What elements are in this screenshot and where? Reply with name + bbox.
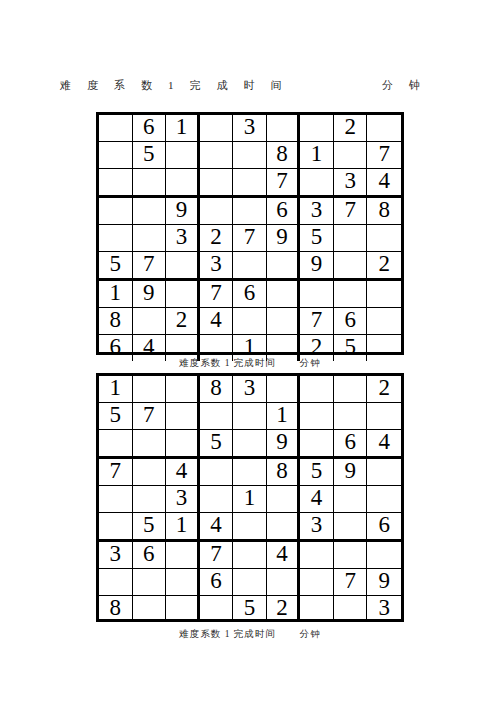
puzzle-top-cell-r6c2: 7 bbox=[133, 252, 167, 281]
puzzle-top-cell-r6c7: 9 bbox=[300, 252, 334, 281]
puzzle-bottom-cell-r8c7 bbox=[300, 569, 334, 596]
puzzle-top-cell-r3c1 bbox=[99, 169, 133, 198]
puzzle-bottom-cell-r3c7 bbox=[300, 430, 334, 459]
puzzle-bottom-cell-r3c8: 6 bbox=[334, 430, 368, 459]
puzzle-top-cell-r4c7: 3 bbox=[300, 198, 334, 225]
puzzle-bottom-cell-r4c7: 5 bbox=[300, 459, 334, 486]
puzzle-bottom-cell-r6c6 bbox=[267, 513, 301, 542]
puzzle-bottom-cell-r7c6: 4 bbox=[267, 542, 301, 569]
puzzle-bottom-cell-r7c2: 6 bbox=[133, 542, 167, 569]
puzzle-bottom-cell-r6c5 bbox=[233, 513, 267, 542]
puzzle-bottom-cell-r5c6 bbox=[267, 486, 301, 513]
puzzle-top-cell-r7c2: 9 bbox=[133, 281, 167, 308]
puzzle-bottom-cell-r4c5 bbox=[233, 459, 267, 486]
puzzle-top-cell-r2c6: 8 bbox=[267, 142, 301, 169]
puzzle-top-cell-r5c2 bbox=[133, 225, 167, 252]
puzzle-bottom-cell-r6c1 bbox=[99, 513, 133, 542]
puzzle-top-cell-r1c3: 1 bbox=[166, 115, 200, 142]
puzzle-top-cell-r5c9 bbox=[367, 225, 401, 252]
puzzle-top-cell-r3c5 bbox=[233, 169, 267, 198]
puzzle-top-cell-r3c7 bbox=[300, 169, 334, 198]
puzzle-bottom-cell-r7c9 bbox=[367, 542, 401, 569]
puzzle-bottom-cell-r4c4 bbox=[200, 459, 234, 486]
puzzle-bottom-cell-r6c3: 1 bbox=[166, 513, 200, 542]
puzzle-top-cell-r2c2: 5 bbox=[133, 142, 167, 169]
puzzle-top-cell-r2c8 bbox=[334, 142, 368, 169]
puzzle-top-cell-r2c3 bbox=[166, 142, 200, 169]
puzzle-bottom-cell-r3c5 bbox=[233, 430, 267, 459]
puzzle-top-cell-r8c1: 8 bbox=[99, 308, 133, 335]
puzzle-bottom-cell-r5c8 bbox=[334, 486, 368, 513]
puzzle-bottom-cell-r4c2 bbox=[133, 459, 167, 486]
puzzle-top-cell-r5c3: 3 bbox=[166, 225, 200, 252]
caption-below-bottom-grid: 难度系数 1 完成时间 分钟 bbox=[96, 627, 404, 641]
puzzle-top-cell-r3c9: 4 bbox=[367, 169, 401, 198]
puzzle-top-cell-r7c9 bbox=[367, 281, 401, 308]
puzzle-top-cell-r1c7 bbox=[300, 115, 334, 142]
puzzle-bottom-cell-r6c7: 3 bbox=[300, 513, 334, 542]
sudoku-worksheet-page: 难度系数1完成时间 分钟 613258177349637832795573921… bbox=[0, 0, 496, 702]
puzzle-top-cell-r8c9 bbox=[367, 308, 401, 335]
puzzle-top-cell-r4c4 bbox=[200, 198, 234, 225]
puzzle-bottom-cell-r9c3 bbox=[166, 596, 200, 622]
puzzle-top-cell-r1c2: 6 bbox=[133, 115, 167, 142]
puzzle-bottom-cell-r4c8: 9 bbox=[334, 459, 368, 486]
puzzle-top-cell-r1c6 bbox=[267, 115, 301, 142]
puzzle-bottom-cell-r2c1: 5 bbox=[99, 403, 133, 430]
puzzle-top-cell-r1c5: 3 bbox=[233, 115, 267, 142]
puzzle-top-cell-r4c6: 6 bbox=[267, 198, 301, 225]
puzzle-top-cell-r3c8: 3 bbox=[334, 169, 368, 198]
puzzle-bottom-cell-r1c8 bbox=[334, 376, 368, 403]
puzzle-bottom-cell-r1c5: 3 bbox=[233, 376, 267, 403]
puzzle-bottom-cell-r5c2 bbox=[133, 486, 167, 513]
puzzle-bottom-cell-r7c7 bbox=[300, 542, 334, 569]
puzzle-top-cell-r2c7: 1 bbox=[300, 142, 334, 169]
puzzle-top-cell-r7c4: 7 bbox=[200, 281, 234, 308]
puzzle-bottom-cell-r4c1: 7 bbox=[99, 459, 133, 486]
puzzle-top-cell-r4c2 bbox=[133, 198, 167, 225]
puzzle-bottom-cell-r4c9 bbox=[367, 459, 401, 486]
puzzle-top-cell-r6c5 bbox=[233, 252, 267, 281]
puzzle-bottom-cell-r4c6: 8 bbox=[267, 459, 301, 486]
puzzle-bottom-cell-r9c4 bbox=[200, 596, 234, 622]
puzzle-top-cell-r8c8: 6 bbox=[334, 308, 368, 335]
puzzle-top-cell-r7c5: 6 bbox=[233, 281, 267, 308]
puzzle-top-cell-r8c7: 7 bbox=[300, 308, 334, 335]
header-minutes-label: 分钟 bbox=[382, 78, 436, 93]
puzzle-bottom-cell-r6c2: 5 bbox=[133, 513, 167, 542]
puzzle-top-cell-r5c1 bbox=[99, 225, 133, 252]
puzzle-top-cell-r6c6 bbox=[267, 252, 301, 281]
puzzle-top-cell-r3c2 bbox=[133, 169, 167, 198]
puzzle-top-cell-r5c5: 7 bbox=[233, 225, 267, 252]
puzzle-bottom-cell-r7c8 bbox=[334, 542, 368, 569]
puzzle-bottom-cell-r1c3 bbox=[166, 376, 200, 403]
caption-bottom-label: 难度系数 1 完成时间 bbox=[179, 628, 276, 641]
puzzle-bottom-cell-r7c3 bbox=[166, 542, 200, 569]
sudoku-grid-top: 6132581773496378327955739219768247664125 bbox=[96, 112, 404, 355]
caption-between-label: 难度系数 1 完成时间 bbox=[179, 357, 276, 370]
puzzle-bottom-cell-r1c7 bbox=[300, 376, 334, 403]
puzzle-bottom-cell-r9c9: 3 bbox=[367, 596, 401, 622]
puzzle-bottom-cell-r1c1: 1 bbox=[99, 376, 133, 403]
puzzle-top-cell-r8c3: 2 bbox=[166, 308, 200, 335]
puzzle-bottom-cell-r9c7 bbox=[300, 596, 334, 622]
puzzle-top-cell-r1c1 bbox=[99, 115, 133, 142]
page-header: 难度系数1完成时间 分钟 bbox=[60, 78, 436, 93]
puzzle-bottom-cell-r5c4 bbox=[200, 486, 234, 513]
puzzle-bottom-cell-r4c3: 4 bbox=[166, 459, 200, 486]
puzzle-top-cell-r8c2 bbox=[133, 308, 167, 335]
puzzle-bottom-cell-r6c4: 4 bbox=[200, 513, 234, 542]
puzzle-bottom-cell-r5c5: 1 bbox=[233, 486, 267, 513]
puzzle-bottom-cell-r5c9 bbox=[367, 486, 401, 513]
puzzle-bottom-cell-r7c4: 7 bbox=[200, 542, 234, 569]
puzzle-bottom-cell-r2c7 bbox=[300, 403, 334, 430]
puzzle-top-cell-r6c4: 3 bbox=[200, 252, 234, 281]
puzzle-bottom-cell-r8c3 bbox=[166, 569, 200, 596]
puzzle-bottom-cell-r9c6: 2 bbox=[267, 596, 301, 622]
puzzle-top-cell-r4c1 bbox=[99, 198, 133, 225]
puzzle-top-cell-r5c8 bbox=[334, 225, 368, 252]
puzzle-bottom-cell-r6c9: 6 bbox=[367, 513, 401, 542]
puzzle-bottom-cell-r8c2 bbox=[133, 569, 167, 596]
header-difficulty-time-label: 难度系数1完成时间 bbox=[60, 78, 298, 93]
puzzle-top-cell-r3c6: 7 bbox=[267, 169, 301, 198]
puzzle-bottom-cell-r7c1: 3 bbox=[99, 542, 133, 569]
puzzle-top-cell-r4c5 bbox=[233, 198, 267, 225]
puzzle-bottom-cell-r2c5 bbox=[233, 403, 267, 430]
puzzle-top-cell-r1c4 bbox=[200, 115, 234, 142]
puzzle-bottom-cell-r8c9: 9 bbox=[367, 569, 401, 596]
puzzle-top-cell-r7c1: 1 bbox=[99, 281, 133, 308]
puzzle-bottom-cell-r3c1 bbox=[99, 430, 133, 459]
puzzle-bottom-cell-r2c8 bbox=[334, 403, 368, 430]
puzzle-bottom-cell-r9c1: 8 bbox=[99, 596, 133, 622]
puzzle-top-cell-r3c4 bbox=[200, 169, 234, 198]
puzzle-top-cell-r6c3 bbox=[166, 252, 200, 281]
puzzle-top-cell-r7c8 bbox=[334, 281, 368, 308]
puzzle-bottom-cell-r2c6: 1 bbox=[267, 403, 301, 430]
puzzle-top-cell-r3c3 bbox=[166, 169, 200, 198]
puzzle-bottom-cell-r3c4: 5 bbox=[200, 430, 234, 459]
puzzle-bottom-cell-r3c2 bbox=[133, 430, 167, 459]
puzzle-top-cell-r4c8: 7 bbox=[334, 198, 368, 225]
puzzle-bottom-cell-r1c2 bbox=[133, 376, 167, 403]
puzzle-bottom-cell-r1c4: 8 bbox=[200, 376, 234, 403]
puzzle-top-cell-r7c6 bbox=[267, 281, 301, 308]
puzzle-top-cell-r6c9: 2 bbox=[367, 252, 401, 281]
caption-bottom-minutes: 分钟 bbox=[300, 628, 321, 641]
puzzle-bottom-cell-r6c8 bbox=[334, 513, 368, 542]
sudoku-grid-bottom: 18325715964748593145143636746798523 bbox=[96, 373, 404, 622]
puzzle-top-cell-r1c9 bbox=[367, 115, 401, 142]
puzzle-top-cell-r7c3 bbox=[166, 281, 200, 308]
puzzle-top-cell-r8c6 bbox=[267, 308, 301, 335]
caption-between-grids: 难度系数 1 完成时间 分钟 bbox=[96, 356, 404, 370]
puzzle-bottom-cell-r9c8 bbox=[334, 596, 368, 622]
puzzle-bottom-cell-r2c3 bbox=[166, 403, 200, 430]
puzzle-bottom-cell-r5c7: 4 bbox=[300, 486, 334, 513]
puzzle-bottom-cell-r3c9: 4 bbox=[367, 430, 401, 459]
puzzle-bottom-cell-r9c2 bbox=[133, 596, 167, 622]
puzzle-bottom-cell-r1c6 bbox=[267, 376, 301, 403]
puzzle-top-cell-r2c9: 7 bbox=[367, 142, 401, 169]
puzzle-bottom-cell-r8c6 bbox=[267, 569, 301, 596]
puzzle-bottom-cell-r8c1 bbox=[99, 569, 133, 596]
puzzle-bottom-cell-r8c4: 6 bbox=[200, 569, 234, 596]
puzzle-bottom-cell-r5c3: 3 bbox=[166, 486, 200, 513]
puzzle-top-cell-r7c7 bbox=[300, 281, 334, 308]
puzzle-bottom-cell-r2c2: 7 bbox=[133, 403, 167, 430]
puzzle-bottom-cell-r2c4 bbox=[200, 403, 234, 430]
puzzle-bottom-cell-r9c5: 5 bbox=[233, 596, 267, 622]
puzzle-bottom-cell-r5c1 bbox=[99, 486, 133, 513]
puzzle-top-cell-r8c5 bbox=[233, 308, 267, 335]
puzzle-top-cell-r5c4: 2 bbox=[200, 225, 234, 252]
puzzle-top-cell-r2c5 bbox=[233, 142, 267, 169]
puzzle-top-cell-r1c8: 2 bbox=[334, 115, 368, 142]
puzzle-top-cell-r2c1 bbox=[99, 142, 133, 169]
puzzle-bottom-cell-r3c3 bbox=[166, 430, 200, 459]
puzzle-bottom-cell-r8c5 bbox=[233, 569, 267, 596]
puzzle-top-cell-r2c4 bbox=[200, 142, 234, 169]
puzzle-top-cell-r5c7: 5 bbox=[300, 225, 334, 252]
puzzle-top-cell-r8c4: 4 bbox=[200, 308, 234, 335]
puzzle-top-cell-r5c6: 9 bbox=[267, 225, 301, 252]
puzzle-bottom-cell-r3c6: 9 bbox=[267, 430, 301, 459]
caption-between-minutes: 分钟 bbox=[300, 357, 321, 370]
puzzle-top-cell-r4c9: 8 bbox=[367, 198, 401, 225]
puzzle-top-cell-r6c1: 5 bbox=[99, 252, 133, 281]
puzzle-bottom-cell-r7c5 bbox=[233, 542, 267, 569]
puzzle-bottom-cell-r1c9: 2 bbox=[367, 376, 401, 403]
puzzle-bottom-cell-r8c8: 7 bbox=[334, 569, 368, 596]
puzzle-bottom-cell-r2c9 bbox=[367, 403, 401, 430]
puzzle-top-cell-r4c3: 9 bbox=[166, 198, 200, 225]
puzzle-top-cell-r6c8 bbox=[334, 252, 368, 281]
